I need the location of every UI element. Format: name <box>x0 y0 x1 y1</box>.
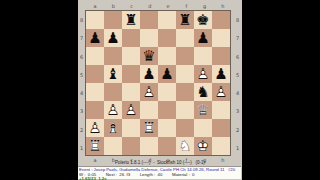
white-rook-a1-fill: ♜ <box>86 137 104 155</box>
white-pawn-a2: ♙ <box>86 119 104 137</box>
square-c1[interactable] <box>122 137 140 155</box>
white-knight-f1-fill: ♞ <box>176 137 194 155</box>
square-g8[interactable]: ♚ <box>194 11 212 29</box>
white-pawn-d4: ♙ <box>140 83 158 101</box>
file-label-d: d <box>141 3 159 9</box>
black-rook-c8: ♜ <box>122 11 140 29</box>
square-a8[interactable] <box>86 11 104 29</box>
square-e1[interactable] <box>158 137 176 155</box>
white-rook-a1: ♖ <box>86 137 104 155</box>
square-a7[interactable]: ♟ <box>86 29 104 47</box>
white-pawn-b3: ♙ <box>104 101 122 119</box>
players-result-line: Polerio 1.8.1 (----) - Stockfish 10 (---… <box>78 160 242 165</box>
white-pawn-h4-fill: ♟ <box>212 83 230 101</box>
rank-labels-right: 87654321 <box>234 11 241 157</box>
white-pawn-c3-fill: ♟ <box>122 101 140 119</box>
square-b1[interactable] <box>104 137 122 155</box>
square-f5[interactable] <box>176 65 194 83</box>
square-b7[interactable]: ♟ <box>104 29 122 47</box>
white-queen-g3: ♕ <box>194 101 212 119</box>
square-h8[interactable] <box>212 11 230 29</box>
black-bishop-b5: ♝ <box>104 65 122 83</box>
square-c2[interactable] <box>122 119 140 137</box>
square-h1[interactable] <box>212 137 230 155</box>
white-pawn-c3: ♙ <box>122 101 140 119</box>
square-a5[interactable] <box>86 65 104 83</box>
square-e3[interactable] <box>158 101 176 119</box>
black-pawn-a7: ♟ <box>86 29 104 47</box>
square-g4[interactable]: ♞ <box>194 83 212 101</box>
white-pawn-a2-fill: ♟ <box>86 119 104 137</box>
square-h2[interactable] <box>212 119 230 137</box>
square-e6[interactable] <box>158 47 176 65</box>
black-rook-f8: ♜ <box>176 11 194 29</box>
square-b3[interactable]: ♟♙ <box>104 101 122 119</box>
square-e8[interactable] <box>158 11 176 29</box>
rank-label-8: 8 <box>234 17 241 23</box>
black-pawn-b7: ♟ <box>104 29 122 47</box>
white-pawn-b3-fill: ♟ <box>104 101 122 119</box>
square-b4[interactable] <box>104 83 122 101</box>
square-c4[interactable] <box>122 83 140 101</box>
square-g5[interactable]: ♟♙ <box>194 65 212 83</box>
file-label-c: c <box>123 3 141 9</box>
square-f1[interactable]: ♞♘ <box>176 137 194 155</box>
square-d1[interactable] <box>140 137 158 155</box>
square-b2[interactable]: ♝♗ <box>104 119 122 137</box>
rank-label-8: 8 <box>78 17 85 23</box>
square-f2[interactable] <box>176 119 194 137</box>
square-c6[interactable] <box>122 47 140 65</box>
square-e4[interactable] <box>158 83 176 101</box>
white-queen-g3-fill: ♛ <box>194 101 212 119</box>
white-rook-d2-fill: ♜ <box>140 119 158 137</box>
rank-label-5: 5 <box>234 72 241 78</box>
square-a6[interactable] <box>86 47 104 65</box>
square-d6[interactable]: ♛ <box>140 47 158 65</box>
rank-label-2: 2 <box>78 127 85 133</box>
chess-board[interactable]: ♜♜♚♟♟♟♛♝♟♟♟♙♟♟♙♞♟♙♟♙♟♙♛♕♟♙♝♗♜♖♜♖♞♘♚♔ <box>85 10 231 156</box>
square-a4[interactable] <box>86 83 104 101</box>
square-f6[interactable] <box>176 47 194 65</box>
white-rook-d2: ♖ <box>140 119 158 137</box>
black-knight-g4: ♞ <box>194 83 212 101</box>
engine-eval-line: +1.65/23 1.2s <box>79 177 240 180</box>
square-h6[interactable] <box>212 47 230 65</box>
square-g1[interactable]: ♚♔ <box>194 137 212 155</box>
square-a1[interactable]: ♜♖ <box>86 137 104 155</box>
square-c7[interactable] <box>122 29 140 47</box>
square-f3[interactable] <box>176 101 194 119</box>
square-h7[interactable] <box>212 29 230 47</box>
square-b5[interactable]: ♝ <box>104 65 122 83</box>
black-pawn-g7: ♟ <box>194 29 212 47</box>
square-h3[interactable] <box>212 101 230 119</box>
file-label-b: b <box>104 3 122 9</box>
square-h5[interactable]: ♟ <box>212 65 230 83</box>
square-d3[interactable] <box>140 101 158 119</box>
square-d4[interactable]: ♟♙ <box>140 83 158 101</box>
file-label-g: g <box>196 3 214 9</box>
square-d7[interactable] <box>140 29 158 47</box>
white-pawn-g5: ♙ <box>194 65 212 83</box>
square-c8[interactable]: ♜ <box>122 11 140 29</box>
black-pawn-e5: ♟ <box>158 65 176 83</box>
square-f4[interactable] <box>176 83 194 101</box>
rank-labels-left: 87654321 <box>78 11 85 157</box>
file-label-a: a <box>86 3 104 9</box>
file-label-e: e <box>159 3 177 9</box>
rank-label-7: 7 <box>78 35 85 41</box>
white-king-g1: ♔ <box>194 137 212 155</box>
square-g6[interactable] <box>194 47 212 65</box>
black-king-g8: ♚ <box>194 11 212 29</box>
white-pawn-d4-fill: ♟ <box>140 83 158 101</box>
black-queen-d6: ♛ <box>140 47 158 65</box>
white-king-g1-fill: ♚ <box>194 137 212 155</box>
white-pawn-g5-fill: ♟ <box>194 65 212 83</box>
white-pawn-h4: ♙ <box>212 83 230 101</box>
black-pawn-h5: ♟ <box>212 65 230 83</box>
white-bishop-b2: ♗ <box>104 119 122 137</box>
game-info-box: Event : Josep Paols, Gudamella Defense, … <box>78 166 241 179</box>
square-d8[interactable] <box>140 11 158 29</box>
square-g3[interactable]: ♛♕ <box>194 101 212 119</box>
square-h4[interactable]: ♟♙ <box>212 83 230 101</box>
square-c5[interactable] <box>122 65 140 83</box>
file-labels-top: abcdefgh <box>86 3 232 9</box>
rank-label-3: 3 <box>234 108 241 114</box>
rank-label-3: 3 <box>78 108 85 114</box>
square-a2[interactable]: ♟♙ <box>86 119 104 137</box>
square-d5[interactable]: ♟ <box>140 65 158 83</box>
file-label-f: f <box>177 3 195 9</box>
rank-label-7: 7 <box>234 35 241 41</box>
square-e5[interactable]: ♟ <box>158 65 176 83</box>
white-knight-f1: ♘ <box>176 137 194 155</box>
square-a3[interactable] <box>86 101 104 119</box>
square-b8[interactable] <box>104 11 122 29</box>
rank-label-1: 1 <box>234 145 241 151</box>
square-c3[interactable]: ♟♙ <box>122 101 140 119</box>
square-f7[interactable] <box>176 29 194 47</box>
rank-label-6: 6 <box>78 54 85 60</box>
rank-label-6: 6 <box>234 54 241 60</box>
rank-label-4: 4 <box>234 90 241 96</box>
rank-label-1: 1 <box>78 145 85 151</box>
file-label-h: h <box>214 3 232 9</box>
rank-label-5: 5 <box>78 72 85 78</box>
rank-label-4: 4 <box>78 90 85 96</box>
black-pawn-d5: ♟ <box>140 65 158 83</box>
square-e2[interactable] <box>158 119 176 137</box>
square-f8[interactable]: ♜ <box>176 11 194 29</box>
square-d2[interactable]: ♜♖ <box>140 119 158 137</box>
white-bishop-b2-fill: ♝ <box>104 119 122 137</box>
square-g7[interactable]: ♟ <box>194 29 212 47</box>
square-g2[interactable] <box>194 119 212 137</box>
square-e7[interactable] <box>158 29 176 47</box>
rank-label-2: 2 <box>234 127 241 133</box>
square-b6[interactable] <box>104 47 122 65</box>
